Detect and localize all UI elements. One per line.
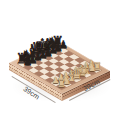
product-photo: ♜♞♝♛♚♝♞♜♟♟♟♟♟♟♟♟♟♟♟♟♟♟♟♟♜♞♝♛♚♝♞♜ 39cm 39… [0, 0, 120, 120]
